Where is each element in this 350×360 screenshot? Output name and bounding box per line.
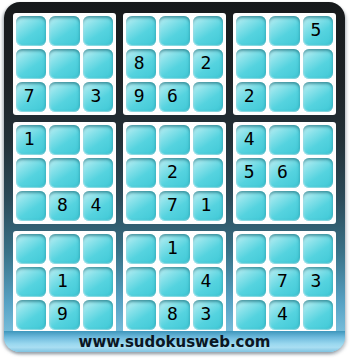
sudoku-cell-r3c2[interactable] xyxy=(49,82,79,112)
sudoku-cell-r2c4[interactable]: 8 xyxy=(126,49,156,79)
sudoku-cell-r5c7[interactable]: 5 xyxy=(236,158,266,188)
sudoku-cell-r4c7[interactable]: 4 xyxy=(236,125,266,155)
sudoku-cell-r7c6[interactable] xyxy=(193,234,223,264)
given-digit: 8 xyxy=(134,54,145,72)
sudoku-cell-r6c5[interactable]: 7 xyxy=(159,191,189,221)
sudoku-cell-r9c9[interactable] xyxy=(303,300,333,330)
sudoku-cell-r4c6[interactable] xyxy=(193,125,223,155)
sudoku-cell-r8c2[interactable]: 1 xyxy=(49,267,79,297)
sudoku-board: 73829652184271456191483734 xyxy=(13,13,336,333)
sudoku-cell-r5c1[interactable] xyxy=(16,158,46,188)
sudoku-cell-r2c9[interactable] xyxy=(303,49,333,79)
board-frame: 73829652184271456191483734 www.sudokuswe… xyxy=(4,2,345,352)
sudoku-cell-r7c8[interactable] xyxy=(269,234,299,264)
sudoku-cell-r7c4[interactable] xyxy=(126,234,156,264)
given-digit: 3 xyxy=(200,305,211,323)
sudoku-cell-r4c4[interactable] xyxy=(126,125,156,155)
sudoku-cell-r6c8[interactable] xyxy=(269,191,299,221)
sudoku-cell-r9c3[interactable] xyxy=(83,300,113,330)
given-digit: 4 xyxy=(200,272,211,290)
given-digit: 5 xyxy=(310,21,321,39)
given-digit: 1 xyxy=(200,196,211,214)
sudoku-cell-r2c2[interactable] xyxy=(49,49,79,79)
sudoku-cell-r2c6[interactable]: 2 xyxy=(193,49,223,79)
sudoku-cell-r2c7[interactable] xyxy=(236,49,266,79)
given-digit: 3 xyxy=(90,87,101,105)
sudoku-cell-r9c2[interactable]: 9 xyxy=(49,300,79,330)
given-digit: 7 xyxy=(24,87,35,105)
given-digit: 1 xyxy=(57,272,68,290)
given-digit: 8 xyxy=(57,196,68,214)
sudoku-cell-r8c9[interactable]: 3 xyxy=(303,267,333,297)
sudoku-cell-r8c8[interactable]: 7 xyxy=(269,267,299,297)
sudoku-cell-r9c4[interactable] xyxy=(126,300,156,330)
sudoku-cell-r5c5[interactable]: 2 xyxy=(159,158,189,188)
given-digit: 5 xyxy=(244,163,255,181)
given-digit: 6 xyxy=(277,163,288,181)
sudoku-cell-r1c2[interactable] xyxy=(49,16,79,46)
sudoku-cell-r1c3[interactable] xyxy=(83,16,113,46)
sudoku-cell-r4c5[interactable] xyxy=(159,125,189,155)
given-digit: 2 xyxy=(167,163,178,181)
website-url: www.sudokusweb.com xyxy=(79,333,271,351)
sudoku-cell-r1c9[interactable]: 5 xyxy=(303,16,333,46)
sudoku-cell-r8c5[interactable] xyxy=(159,267,189,297)
footer-bar: www.sudokusweb.com xyxy=(4,331,345,352)
given-digit: 4 xyxy=(277,305,288,323)
given-digit: 2 xyxy=(244,87,255,105)
sudoku-box: 271 xyxy=(123,122,226,224)
sudoku-cell-r4c2[interactable] xyxy=(49,125,79,155)
sudoku-cell-r5c2[interactable] xyxy=(49,158,79,188)
sudoku-cell-r1c5[interactable] xyxy=(159,16,189,46)
sudoku-cell-r5c4[interactable] xyxy=(126,158,156,188)
given-digit: 4 xyxy=(90,196,101,214)
given-digit: 7 xyxy=(167,196,178,214)
sudoku-cell-r3c3[interactable]: 3 xyxy=(83,82,113,112)
sudoku-cell-r6c3[interactable]: 4 xyxy=(83,191,113,221)
sudoku-cell-r5c8[interactable]: 6 xyxy=(269,158,299,188)
sudoku-cell-r7c7[interactable] xyxy=(236,234,266,264)
sudoku-cell-r5c6[interactable] xyxy=(193,158,223,188)
sudoku-box: 52 xyxy=(233,13,336,115)
sudoku-cell-r3c8[interactable] xyxy=(269,82,299,112)
sudoku-cell-r4c1[interactable]: 1 xyxy=(16,125,46,155)
sudoku-cell-r6c2[interactable]: 8 xyxy=(49,191,79,221)
sudoku-cell-r3c5[interactable]: 6 xyxy=(159,82,189,112)
sudoku-cell-r7c5[interactable]: 1 xyxy=(159,234,189,264)
sudoku-cell-r5c9[interactable] xyxy=(303,158,333,188)
sudoku-cell-r4c3[interactable] xyxy=(83,125,113,155)
sudoku-cell-r1c8[interactable] xyxy=(269,16,299,46)
sudoku-cell-r3c1[interactable]: 7 xyxy=(16,82,46,112)
sudoku-cell-r8c7[interactable] xyxy=(236,267,266,297)
sudoku-cell-r8c3[interactable] xyxy=(83,267,113,297)
sudoku-cell-r7c2[interactable] xyxy=(49,234,79,264)
sudoku-cell-r5c3[interactable] xyxy=(83,158,113,188)
sudoku-cell-r9c5[interactable]: 8 xyxy=(159,300,189,330)
given-digit: 2 xyxy=(200,54,211,72)
given-digit: 8 xyxy=(167,305,178,323)
sudoku-box: 19 xyxy=(13,231,116,333)
sudoku-cell-r1c6[interactable] xyxy=(193,16,223,46)
sudoku-cell-r3c9[interactable] xyxy=(303,82,333,112)
sudoku-cell-r3c4[interactable]: 9 xyxy=(126,82,156,112)
given-digit: 4 xyxy=(244,130,255,148)
sudoku-box: 456 xyxy=(233,122,336,224)
sudoku-cell-r2c3[interactable] xyxy=(83,49,113,79)
sudoku-box: 73 xyxy=(13,13,116,115)
sudoku-cell-r1c4[interactable] xyxy=(126,16,156,46)
sudoku-cell-r3c6[interactable] xyxy=(193,82,223,112)
given-digit: 1 xyxy=(167,239,178,257)
sudoku-cell-r2c5[interactable] xyxy=(159,49,189,79)
given-digit: 7 xyxy=(277,272,288,290)
sudoku-cell-r4c9[interactable] xyxy=(303,125,333,155)
sudoku-cell-r8c4[interactable] xyxy=(126,267,156,297)
sudoku-cell-r9c8[interactable]: 4 xyxy=(269,300,299,330)
sudoku-cell-r7c9[interactable] xyxy=(303,234,333,264)
given-digit: 9 xyxy=(134,87,145,105)
sudoku-cell-r6c7[interactable] xyxy=(236,191,266,221)
given-digit: 1 xyxy=(24,130,35,148)
sudoku-cell-r8c6[interactable]: 4 xyxy=(193,267,223,297)
sudoku-box: 8296 xyxy=(123,13,226,115)
sudoku-cell-r6c1[interactable] xyxy=(16,191,46,221)
sudoku-cell-r4c8[interactable] xyxy=(269,125,299,155)
sudoku-cell-r9c6[interactable]: 3 xyxy=(193,300,223,330)
sudoku-cell-r6c9[interactable] xyxy=(303,191,333,221)
sudoku-box: 734 xyxy=(233,231,336,333)
sudoku-cell-r2c1[interactable] xyxy=(16,49,46,79)
given-digit: 3 xyxy=(310,272,321,290)
sudoku-cell-r6c6[interactable]: 1 xyxy=(193,191,223,221)
sudoku-box: 1483 xyxy=(123,231,226,333)
given-digit: 9 xyxy=(57,305,68,323)
sudoku-cell-r9c1[interactable] xyxy=(16,300,46,330)
sudoku-widget: 73829652184271456191483734 www.sudokuswe… xyxy=(0,0,350,360)
sudoku-cell-r9c7[interactable] xyxy=(236,300,266,330)
sudoku-cell-r7c1[interactable] xyxy=(16,234,46,264)
given-digit: 6 xyxy=(167,87,178,105)
sudoku-cell-r8c1[interactable] xyxy=(16,267,46,297)
sudoku-cell-r3c7[interactable]: 2 xyxy=(236,82,266,112)
sudoku-cell-r2c8[interactable] xyxy=(269,49,299,79)
sudoku-box: 184 xyxy=(13,122,116,224)
sudoku-cell-r7c3[interactable] xyxy=(83,234,113,264)
sudoku-cell-r1c7[interactable] xyxy=(236,16,266,46)
sudoku-cell-r6c4[interactable] xyxy=(126,191,156,221)
sudoku-cell-r1c1[interactable] xyxy=(16,16,46,46)
